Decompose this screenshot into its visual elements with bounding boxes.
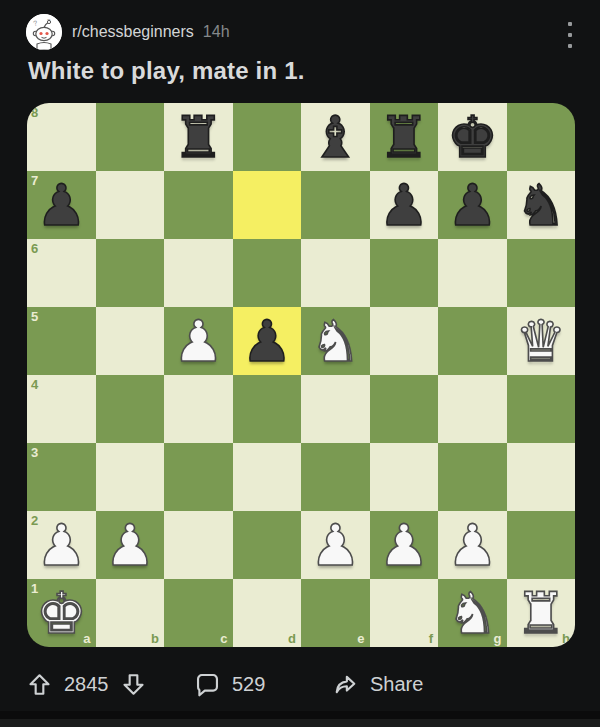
square-e4[interactable] xyxy=(301,375,370,443)
square-d6[interactable] xyxy=(233,239,302,307)
post-action-bar: 2845 529 Share xyxy=(0,658,600,710)
square-f5[interactable] xyxy=(370,307,439,375)
square-c8[interactable]: ♜ xyxy=(164,103,233,171)
piece-white-pawn[interactable]: ♟ xyxy=(36,511,87,579)
square-a1[interactable]: 1a♚ xyxy=(27,579,96,647)
file-label-b: b xyxy=(151,632,159,645)
square-f4[interactable] xyxy=(370,375,439,443)
file-label-d: d xyxy=(288,632,296,645)
piece-black-knight[interactable]: ♞ xyxy=(515,171,566,239)
downvote-icon[interactable] xyxy=(120,671,147,698)
chess-board: 8♜♝♜♚7♟♟♟♞65♟♟♞♛432♟♟♟♟♟1a♚bcdefg♞h♜ xyxy=(27,103,575,647)
file-label-a: a xyxy=(83,632,90,645)
piece-black-rook[interactable]: ♜ xyxy=(173,103,224,171)
square-b5[interactable] xyxy=(96,307,165,375)
square-e6[interactable] xyxy=(301,239,370,307)
piece-white-queen[interactable]: ♛ xyxy=(515,307,566,375)
square-a6[interactable]: 6 xyxy=(27,239,96,307)
square-g1[interactable]: g♞ xyxy=(438,579,507,647)
rank-label-4: 4 xyxy=(31,378,38,391)
rank-label-8: 8 xyxy=(31,106,38,119)
upvote-count: 2845 xyxy=(64,673,109,696)
square-c7[interactable] xyxy=(164,171,233,239)
square-c4[interactable] xyxy=(164,375,233,443)
square-d1[interactable]: d xyxy=(233,579,302,647)
square-h8[interactable] xyxy=(507,103,576,171)
square-e3[interactable] xyxy=(301,443,370,511)
file-label-e: e xyxy=(357,632,364,645)
square-g3[interactable] xyxy=(438,443,507,511)
square-d4[interactable] xyxy=(233,375,302,443)
piece-white-pawn[interactable]: ♟ xyxy=(378,511,429,579)
subreddit-avatar[interactable]: ? ? xyxy=(26,14,62,50)
vote-group: 2845 xyxy=(26,658,147,710)
square-g7[interactable]: ♟ xyxy=(438,171,507,239)
square-d8[interactable] xyxy=(233,103,302,171)
piece-white-pawn[interactable]: ♟ xyxy=(310,511,361,579)
square-c1[interactable]: c xyxy=(164,579,233,647)
square-h3[interactable] xyxy=(507,443,576,511)
comment-icon[interactable] xyxy=(194,671,221,698)
square-d3[interactable] xyxy=(233,443,302,511)
square-g4[interactable] xyxy=(438,375,507,443)
square-b2[interactable]: ♟ xyxy=(96,511,165,579)
square-f8[interactable]: ♜ xyxy=(370,103,439,171)
square-b3[interactable] xyxy=(96,443,165,511)
kebab-menu-icon[interactable] xyxy=(562,20,578,50)
square-a8[interactable]: 8 xyxy=(27,103,96,171)
square-h6[interactable] xyxy=(507,239,576,307)
next-card-edge xyxy=(0,719,600,727)
piece-black-pawn[interactable]: ♟ xyxy=(36,171,87,239)
rank-label-1: 1 xyxy=(31,582,38,595)
square-e8[interactable]: ♝ xyxy=(301,103,370,171)
square-a3[interactable]: 3 xyxy=(27,443,96,511)
square-g6[interactable] xyxy=(438,239,507,307)
square-e5[interactable]: ♞ xyxy=(301,307,370,375)
square-c5[interactable]: ♟ xyxy=(164,307,233,375)
upvote-icon[interactable] xyxy=(26,671,53,698)
square-e2[interactable]: ♟ xyxy=(301,511,370,579)
square-b8[interactable] xyxy=(96,103,165,171)
rank-label-5: 5 xyxy=(31,310,38,323)
square-a7[interactable]: 7♟ xyxy=(27,171,96,239)
subreddit-name[interactable]: r/chessbeginners xyxy=(72,23,194,41)
square-a2[interactable]: 2♟ xyxy=(27,511,96,579)
file-label-f: f xyxy=(429,632,433,645)
post-title: White to play, mate in 1. xyxy=(28,57,305,85)
square-f2[interactable]: ♟ xyxy=(370,511,439,579)
square-h1[interactable]: h♜ xyxy=(507,579,576,647)
square-b6[interactable] xyxy=(96,239,165,307)
square-g5[interactable] xyxy=(438,307,507,375)
square-d2[interactable] xyxy=(233,511,302,579)
square-f6[interactable] xyxy=(370,239,439,307)
snoo-icon: ? ? xyxy=(26,14,62,50)
bottom-divider xyxy=(0,711,600,719)
file-label-h: h xyxy=(562,632,570,645)
comment-count: 529 xyxy=(232,673,265,696)
square-b7[interactable] xyxy=(96,171,165,239)
square-h4[interactable] xyxy=(507,375,576,443)
comment-group[interactable]: 529 xyxy=(194,658,265,710)
square-f3[interactable] xyxy=(370,443,439,511)
square-c2[interactable] xyxy=(164,511,233,579)
piece-black-king[interactable]: ♚ xyxy=(447,103,498,171)
piece-white-pawn[interactable]: ♟ xyxy=(447,511,498,579)
share-icon[interactable] xyxy=(332,671,359,698)
square-d7[interactable] xyxy=(233,171,302,239)
piece-white-pawn[interactable]: ♟ xyxy=(104,511,155,579)
square-e7[interactable] xyxy=(301,171,370,239)
post-header: ? ? r/chessbeginners 14h xyxy=(26,14,230,50)
share-label: Share xyxy=(370,673,423,696)
share-group[interactable]: Share xyxy=(332,658,423,710)
square-g2[interactable]: ♟ xyxy=(438,511,507,579)
post-time: 14h xyxy=(203,23,230,41)
square-f7[interactable]: ♟ xyxy=(370,171,439,239)
square-h2[interactable] xyxy=(507,511,576,579)
piece-black-bishop[interactable]: ♝ xyxy=(310,103,361,171)
piece-black-pawn[interactable]: ♟ xyxy=(378,171,429,239)
rank-label-3: 3 xyxy=(31,446,38,459)
piece-white-knight[interactable]: ♞ xyxy=(447,579,498,647)
square-g8[interactable]: ♚ xyxy=(438,103,507,171)
square-h5[interactable]: ♛ xyxy=(507,307,576,375)
piece-black-rook[interactable]: ♜ xyxy=(378,103,429,171)
file-label-g: g xyxy=(494,632,502,645)
square-b1[interactable]: b xyxy=(96,579,165,647)
piece-white-rook[interactable]: ♜ xyxy=(515,579,566,647)
square-c6[interactable] xyxy=(164,239,233,307)
piece-white-knight[interactable]: ♞ xyxy=(310,307,361,375)
square-b4[interactable] xyxy=(96,375,165,443)
board-grid: 8♜♝♜♚7♟♟♟♞65♟♟♞♛432♟♟♟♟♟1a♚bcdefg♞h♜ xyxy=(27,103,575,647)
rank-label-7: 7 xyxy=(31,174,38,187)
rank-label-2: 2 xyxy=(31,514,38,527)
piece-white-king[interactable]: ♚ xyxy=(36,579,87,647)
square-a5[interactable]: 5 xyxy=(27,307,96,375)
square-f1[interactable]: f xyxy=(370,579,439,647)
square-d5[interactable]: ♟ xyxy=(233,307,302,375)
rank-label-6: 6 xyxy=(31,242,38,255)
square-a4[interactable]: 4 xyxy=(27,375,96,443)
file-label-c: c xyxy=(220,632,227,645)
square-e1[interactable]: e xyxy=(301,579,370,647)
piece-white-pawn[interactable]: ♟ xyxy=(173,307,224,375)
piece-black-pawn[interactable]: ♟ xyxy=(241,307,292,375)
square-h7[interactable]: ♞ xyxy=(507,171,576,239)
square-c3[interactable] xyxy=(164,443,233,511)
piece-black-pawn[interactable]: ♟ xyxy=(447,171,498,239)
